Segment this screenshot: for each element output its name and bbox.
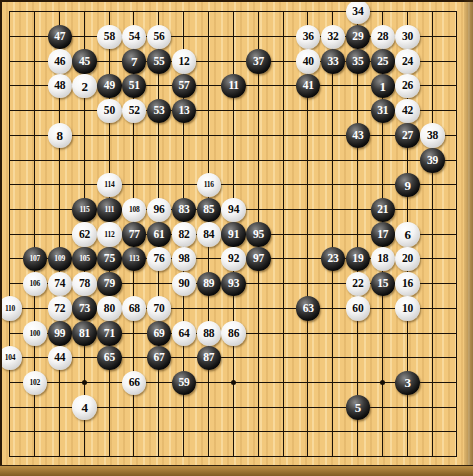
grid-cell [283, 234, 308, 259]
grid-cell [34, 184, 59, 209]
stone-black-15: 15 [371, 272, 395, 296]
grid-cell [332, 209, 357, 234]
move-number: 16 [402, 278, 413, 290]
move-number: 87 [203, 352, 214, 364]
grid-cell [133, 431, 158, 456]
move-number: 95 [253, 228, 264, 240]
move-number: 83 [178, 203, 189, 215]
stone-white-88: 88 [197, 321, 221, 345]
grid-cell [432, 209, 457, 234]
grid-cell [133, 135, 158, 160]
stone-white-36: 36 [296, 25, 320, 49]
board-edge-top [0, 0, 473, 2]
move-number: 92 [228, 253, 239, 265]
stone-black-73: 73 [72, 296, 96, 320]
grid-cell [357, 160, 382, 185]
move-number: 53 [154, 105, 165, 117]
move-number: 51 [129, 80, 140, 92]
move-number: 80 [104, 302, 115, 314]
move-number: 8 [57, 129, 63, 142]
grid-cell [133, 407, 158, 432]
stone-white-4: 4 [72, 395, 96, 419]
stone-white-48: 48 [48, 74, 72, 98]
move-number: 58 [104, 30, 115, 42]
stone-white-34: 34 [346, 0, 370, 24]
grid-cell [258, 184, 283, 209]
stone-black-13: 13 [172, 99, 196, 123]
stone-black-59: 59 [172, 371, 196, 395]
grid-cell [34, 209, 59, 234]
move-number: 21 [377, 203, 388, 215]
grid-cell [9, 184, 34, 209]
stone-white-96: 96 [147, 198, 171, 222]
move-number: 88 [203, 327, 214, 339]
move-number: 47 [54, 30, 65, 42]
stone-white-70: 70 [147, 296, 171, 320]
stone-white-112: 112 [97, 222, 121, 246]
grid-cell [208, 135, 233, 160]
move-number: 24 [402, 55, 413, 67]
grid-cell [9, 431, 34, 456]
grid-cell [307, 431, 332, 456]
move-number: 64 [178, 327, 189, 339]
move-number: 46 [54, 55, 65, 67]
move-number: 100 [30, 329, 41, 337]
move-number: 54 [129, 30, 140, 42]
grid-cell [307, 110, 332, 135]
move-number: 66 [129, 377, 140, 389]
stone-black-105: 105 [72, 247, 96, 271]
grid-cell [9, 85, 34, 110]
move-number: 81 [79, 327, 90, 339]
move-number: 89 [203, 278, 214, 290]
stone-black-75: 75 [97, 247, 121, 271]
move-number: 72 [54, 302, 65, 314]
move-number: 110 [5, 304, 15, 312]
move-number: 97 [253, 253, 264, 265]
grid-cell [258, 11, 283, 36]
grid-cell [158, 431, 183, 456]
grid-cell [307, 357, 332, 382]
grid-cell [432, 85, 457, 110]
move-number: 42 [402, 105, 413, 117]
move-number: 50 [104, 105, 115, 117]
move-number: 7 [131, 54, 137, 67]
grid-cell [283, 357, 308, 382]
stone-black-81: 81 [72, 321, 96, 345]
move-number: 86 [228, 327, 239, 339]
stone-black-97: 97 [246, 247, 270, 271]
move-number: 10 [402, 302, 413, 314]
grid-cell [258, 110, 283, 135]
grid-cell [258, 407, 283, 432]
stone-white-38: 38 [420, 123, 444, 147]
grid-cell [208, 382, 233, 407]
move-number: 102 [30, 379, 41, 387]
move-number: 105 [79, 255, 90, 263]
move-number: 109 [54, 255, 65, 263]
grid-cell [9, 11, 34, 36]
grid-cell [59, 160, 84, 185]
stone-white-72: 72 [48, 296, 72, 320]
move-number: 37 [253, 55, 264, 67]
move-number: 113 [129, 255, 139, 263]
grid-cell [84, 431, 109, 456]
stone-white-10: 10 [395, 296, 419, 320]
move-number: 3 [404, 376, 410, 389]
move-number: 12 [178, 55, 189, 67]
stone-white-16: 16 [395, 272, 419, 296]
move-number: 65 [104, 352, 115, 364]
stone-black-87: 87 [197, 346, 221, 370]
move-number: 112 [104, 230, 114, 238]
grid-cell [109, 135, 134, 160]
stone-black-99: 99 [48, 321, 72, 345]
board-edge-bottom [0, 465, 473, 476]
move-number: 78 [79, 278, 90, 290]
move-number: 34 [352, 6, 363, 18]
grid-cell [432, 258, 457, 283]
stone-black-109: 109 [48, 247, 72, 271]
move-number: 114 [104, 181, 114, 189]
move-number: 41 [303, 80, 314, 92]
grid-cell [357, 333, 382, 358]
grid-cell [307, 209, 332, 234]
stone-white-6: 6 [395, 222, 419, 246]
grid-cell [382, 431, 407, 456]
stone-white-84: 84 [197, 222, 221, 246]
grid-cell [432, 11, 457, 36]
stone-white-64: 64 [172, 321, 196, 345]
move-number: 39 [427, 154, 438, 166]
grid-cell [432, 36, 457, 61]
move-number: 15 [377, 278, 388, 290]
board-edge-right [464, 0, 473, 476]
grid-cell [9, 160, 34, 185]
grid-cell [233, 135, 258, 160]
stone-white-86: 86 [221, 321, 245, 345]
grid-cell [332, 431, 357, 456]
grid-cell [432, 333, 457, 358]
move-number: 67 [154, 352, 165, 364]
grid-cell [233, 431, 258, 456]
stone-black-27: 27 [395, 123, 419, 147]
grid-cell [183, 11, 208, 36]
move-number: 94 [228, 203, 239, 215]
move-number: 22 [352, 278, 363, 290]
move-number: 111 [104, 205, 114, 213]
grid-cell [307, 160, 332, 185]
move-number: 60 [352, 302, 363, 314]
move-number: 11 [228, 80, 238, 92]
stone-black-85: 85 [197, 198, 221, 222]
move-number: 29 [352, 30, 363, 42]
move-number: 84 [203, 228, 214, 240]
move-number: 68 [129, 302, 140, 314]
stone-white-116: 116 [197, 173, 221, 197]
stone-white-26: 26 [395, 74, 419, 98]
move-number: 55 [154, 55, 165, 67]
stone-white-28: 28 [371, 25, 395, 49]
move-number: 93 [228, 278, 239, 290]
stone-black-7: 7 [122, 49, 146, 73]
move-number: 36 [303, 30, 314, 42]
grid-cell [283, 160, 308, 185]
grid-cell [258, 382, 283, 407]
grid-cell [332, 357, 357, 382]
grid-cell [283, 333, 308, 358]
stone-black-49: 49 [97, 74, 121, 98]
grid-cell [432, 357, 457, 382]
move-number: 6 [404, 227, 410, 240]
move-number: 17 [377, 228, 388, 240]
stone-white-30: 30 [395, 25, 419, 49]
stone-black-5: 5 [346, 395, 370, 419]
stone-white-60: 60 [346, 296, 370, 320]
grid-cell [158, 160, 183, 185]
grid-cell [208, 407, 233, 432]
grid-cell [9, 135, 34, 160]
stone-black-79: 79 [97, 272, 121, 296]
grid-cell [307, 135, 332, 160]
move-number: 1 [380, 79, 386, 92]
move-number: 56 [154, 30, 165, 42]
stone-white-24: 24 [395, 49, 419, 73]
stone-white-114: 114 [97, 173, 121, 197]
stone-black-25: 25 [371, 49, 395, 73]
move-number: 32 [327, 30, 338, 42]
move-number: 96 [154, 203, 165, 215]
stone-black-17: 17 [371, 222, 395, 246]
stone-black-93: 93 [221, 272, 245, 296]
grid-cell [307, 382, 332, 407]
grid-cell [432, 184, 457, 209]
grid-cell [432, 407, 457, 432]
grid-cell [9, 110, 34, 135]
stone-black-69: 69 [147, 321, 171, 345]
move-number: 40 [303, 55, 314, 67]
move-number: 69 [154, 327, 165, 339]
move-number: 25 [377, 55, 388, 67]
grid-cell [183, 407, 208, 432]
grid-cell [208, 36, 233, 61]
stone-black-3: 3 [395, 371, 419, 395]
grid-cell [158, 135, 183, 160]
stone-white-56: 56 [147, 25, 171, 49]
move-number: 19 [352, 253, 363, 265]
stone-black-31: 31 [371, 99, 395, 123]
stone-white-90: 90 [172, 272, 196, 296]
grid-cell [432, 382, 457, 407]
move-number: 91 [228, 228, 239, 240]
move-number: 85 [203, 203, 214, 215]
grid-cell [432, 308, 457, 333]
grid-cell [407, 431, 432, 456]
grid-cell [9, 36, 34, 61]
stone-black-39: 39 [420, 148, 444, 172]
move-number: 107 [30, 255, 41, 263]
grid-cell [34, 160, 59, 185]
move-number: 59 [178, 377, 189, 389]
stone-black-9: 9 [395, 173, 419, 197]
move-number: 13 [178, 105, 189, 117]
stone-white-46: 46 [48, 49, 72, 73]
grid-cell [332, 184, 357, 209]
move-number: 5 [355, 401, 361, 414]
move-number: 79 [104, 278, 115, 290]
grid-cell [233, 407, 258, 432]
grid-cell [208, 431, 233, 456]
move-number: 74 [54, 278, 65, 290]
stone-black-33: 33 [321, 49, 345, 73]
grid-cell [432, 234, 457, 259]
stone-white-68: 68 [122, 296, 146, 320]
grid-cell [258, 283, 283, 308]
grid-cell [283, 184, 308, 209]
grid-cell [9, 61, 34, 86]
stone-white-22: 22 [346, 272, 370, 296]
grid-cell [109, 431, 134, 456]
move-number: 2 [81, 79, 87, 92]
move-number: 45 [79, 55, 90, 67]
stone-white-20: 20 [395, 247, 419, 271]
grid-cell [307, 184, 332, 209]
move-number: 35 [352, 55, 363, 67]
grid-cell [432, 61, 457, 86]
grid-cell [34, 431, 59, 456]
grid-cell [258, 333, 283, 358]
grid-cell [84, 135, 109, 160]
grid-cell [307, 407, 332, 432]
grid-cell [233, 11, 258, 36]
grid-cell [432, 283, 457, 308]
grid-cell [258, 308, 283, 333]
grid-cell [283, 135, 308, 160]
stone-white-8: 8 [48, 123, 72, 147]
grid-cell [332, 160, 357, 185]
move-number: 63 [303, 302, 314, 314]
move-number: 30 [402, 30, 413, 42]
grid-cell [357, 431, 382, 456]
go-board[interactable]: 3447585456363229283046457551237403335252… [0, 0, 473, 476]
move-number: 28 [377, 30, 388, 42]
stone-black-29: 29 [346, 25, 370, 49]
stone-black-65: 65 [97, 346, 121, 370]
stone-white-58: 58 [97, 25, 121, 49]
grid-cell [283, 382, 308, 407]
stone-black-55: 55 [147, 49, 171, 73]
stone-white-82: 82 [172, 222, 196, 246]
grid-cell [9, 209, 34, 234]
stone-white-44: 44 [48, 346, 72, 370]
grid-cell [258, 160, 283, 185]
grid-cell [283, 407, 308, 432]
move-number: 38 [427, 129, 438, 141]
stone-white-78: 78 [72, 272, 96, 296]
stone-black-45: 45 [72, 49, 96, 73]
stone-white-94: 94 [221, 198, 245, 222]
grid-cell [158, 407, 183, 432]
stone-white-32: 32 [321, 25, 345, 49]
grid-cell [258, 357, 283, 382]
grid-cell [258, 431, 283, 456]
stone-black-71: 71 [97, 321, 121, 345]
stone-black-77: 77 [122, 222, 146, 246]
grid-cell [258, 135, 283, 160]
grid-cell [332, 333, 357, 358]
grid-cell [233, 382, 258, 407]
stone-black-11: 11 [221, 74, 245, 98]
move-number: 75 [104, 253, 115, 265]
stone-black-1: 1 [371, 74, 395, 98]
move-number: 98 [178, 253, 189, 265]
move-number: 31 [377, 105, 388, 117]
move-number: 23 [327, 253, 338, 265]
grid-cell [382, 407, 407, 432]
move-number: 77 [129, 228, 140, 240]
move-number: 108 [129, 205, 140, 213]
stone-black-91: 91 [221, 222, 245, 246]
move-number: 33 [327, 55, 338, 67]
stone-white-100: 100 [23, 321, 47, 345]
stone-black-95: 95 [246, 222, 270, 246]
move-number: 73 [79, 302, 90, 314]
stone-white-62: 62 [72, 222, 96, 246]
grid-cell [283, 258, 308, 283]
move-number: 4 [81, 401, 87, 414]
grid-cell [133, 160, 158, 185]
grid-cell [283, 431, 308, 456]
stone-black-35: 35 [346, 49, 370, 73]
move-number: 116 [204, 181, 214, 189]
stone-white-92: 92 [221, 247, 245, 271]
grid-cell [283, 110, 308, 135]
grid-cell [357, 357, 382, 382]
move-number: 18 [377, 253, 388, 265]
stone-black-63: 63 [296, 296, 320, 320]
grid-cell [208, 11, 233, 36]
grid-cell [407, 407, 432, 432]
move-number: 27 [402, 129, 413, 141]
stone-white-40: 40 [296, 49, 320, 73]
move-number: 106 [30, 280, 41, 288]
stone-black-37: 37 [246, 49, 270, 73]
stone-black-21: 21 [371, 198, 395, 222]
stone-black-61: 61 [147, 222, 171, 246]
stone-black-43: 43 [346, 123, 370, 147]
stone-black-89: 89 [197, 272, 221, 296]
move-number: 71 [104, 327, 115, 339]
stone-white-12: 12 [172, 49, 196, 73]
move-number: 43 [352, 129, 363, 141]
grid-cell [233, 110, 258, 135]
grid-cell [208, 110, 233, 135]
move-number: 61 [154, 228, 165, 240]
grid-cell [283, 209, 308, 234]
stone-black-111: 111 [97, 198, 121, 222]
move-number: 20 [402, 253, 413, 265]
move-number: 26 [402, 80, 413, 92]
stone-black-47: 47 [48, 25, 72, 49]
grid-cell [183, 431, 208, 456]
grid-cell [258, 85, 283, 110]
grid-cell [59, 431, 84, 456]
grid-cell [332, 85, 357, 110]
grid-cell [307, 333, 332, 358]
move-number: 70 [154, 302, 165, 314]
grid-cell [432, 431, 457, 456]
move-number: 90 [178, 278, 189, 290]
